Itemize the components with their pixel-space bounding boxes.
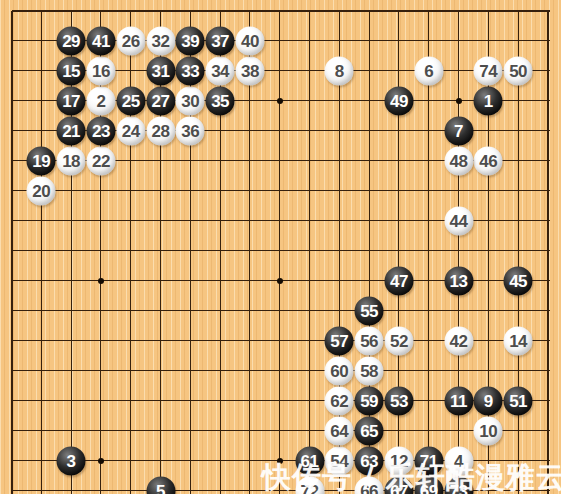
stone-number: 35 [211, 92, 229, 109]
star-point [277, 98, 283, 104]
stone-white-62: 62 [325, 386, 354, 415]
stone-white-48: 48 [444, 146, 473, 175]
stone-number: 61 [301, 452, 319, 469]
stone-black-67: 67 [384, 476, 413, 494]
stone-number: 32 [152, 32, 170, 49]
stone-number: 21 [62, 122, 80, 139]
stone-black-3: 3 [57, 446, 86, 475]
stone-black-1: 1 [474, 86, 503, 115]
stone-black-15: 15 [57, 56, 86, 85]
stone-number: 50 [509, 62, 527, 79]
stone-number: 9 [484, 392, 493, 409]
stone-number: 64 [330, 422, 348, 439]
stone-white-12: 12 [384, 446, 413, 475]
stone-number: 20 [32, 182, 50, 199]
grid-line-vertical [279, 11, 280, 494]
stone-white-38: 38 [235, 56, 264, 85]
stone-black-21: 21 [57, 116, 86, 145]
stone-number: 15 [62, 62, 80, 79]
stone-white-64: 64 [325, 416, 354, 445]
stone-number: 13 [450, 272, 468, 289]
stone-number: 22 [92, 152, 110, 169]
stone-black-63: 63 [355, 446, 384, 475]
grid-line-horizontal [12, 190, 550, 191]
stone-number: 73 [450, 482, 468, 494]
stone-number: 37 [211, 32, 229, 49]
grid-line-vertical [547, 11, 549, 494]
grid-line-horizontal [12, 250, 550, 251]
grid-line-vertical [458, 11, 459, 494]
stone-white-54: 54 [325, 446, 354, 475]
stone-black-35: 35 [206, 86, 235, 115]
stone-number: 49 [390, 92, 408, 109]
stone-black-33: 33 [176, 56, 205, 85]
stone-black-7: 7 [444, 116, 473, 145]
stone-number: 10 [479, 422, 497, 439]
stone-number: 6 [424, 62, 433, 79]
stone-number: 38 [241, 62, 259, 79]
stone-number: 23 [92, 122, 110, 139]
stone-white-6: 6 [414, 56, 443, 85]
stone-black-55: 55 [355, 296, 384, 325]
stone-number: 28 [152, 122, 170, 139]
stone-white-52: 52 [384, 326, 413, 355]
stone-number: 11 [450, 392, 467, 409]
stone-number: 57 [330, 332, 348, 349]
grid-line-horizontal [12, 370, 550, 371]
stone-black-31: 31 [146, 56, 175, 85]
stone-black-45: 45 [504, 266, 533, 295]
stone-white-34: 34 [206, 56, 235, 85]
stone-number: 33 [181, 62, 199, 79]
stone-white-56: 56 [355, 326, 384, 355]
stone-black-59: 59 [355, 386, 384, 415]
stone-number: 27 [152, 92, 170, 109]
stone-black-23: 23 [86, 116, 115, 145]
stone-white-44: 44 [444, 206, 473, 235]
grid-line-vertical [11, 11, 13, 494]
stone-black-49: 49 [384, 86, 413, 115]
stone-white-20: 20 [27, 176, 56, 205]
stone-number: 52 [390, 332, 408, 349]
stone-number: 66 [360, 482, 378, 494]
grid-line-horizontal [12, 430, 550, 431]
stone-number: 65 [360, 422, 378, 439]
stone-white-42: 42 [444, 326, 473, 355]
stone-black-5: 5 [146, 476, 175, 494]
stone-number: 56 [360, 332, 378, 349]
stone-black-41: 41 [86, 26, 115, 55]
stone-white-18: 18 [57, 146, 86, 175]
stone-number: 36 [181, 122, 199, 139]
star-point [277, 458, 283, 464]
stone-number: 25 [122, 92, 140, 109]
stone-number: 62 [330, 392, 348, 409]
stone-number: 3 [67, 452, 76, 469]
stone-number: 2 [96, 92, 105, 109]
stone-white-10: 10 [474, 416, 503, 445]
star-point [98, 458, 104, 464]
stone-number: 19 [32, 152, 50, 169]
stone-number: 42 [450, 332, 468, 349]
stone-white-2: 2 [86, 86, 115, 115]
stone-number: 54 [330, 452, 348, 469]
stone-black-47: 47 [384, 266, 413, 295]
go-board-diagram: 1234567891011121314151617181920212223242… [0, 0, 561, 494]
stone-white-58: 58 [355, 356, 384, 385]
stone-number: 67 [390, 482, 408, 494]
stone-number: 47 [390, 272, 408, 289]
stone-number: 17 [62, 92, 80, 109]
stone-number: 60 [330, 362, 348, 379]
stone-white-46: 46 [474, 146, 503, 175]
stone-black-39: 39 [176, 26, 205, 55]
stone-number: 51 [509, 392, 527, 409]
star-point [277, 278, 283, 284]
stone-white-8: 8 [325, 56, 354, 85]
stone-white-24: 24 [116, 116, 145, 145]
stone-number: 46 [479, 152, 497, 169]
grid-line-vertical [130, 11, 131, 494]
stone-black-65: 65 [355, 416, 384, 445]
stone-white-30: 30 [176, 86, 205, 115]
stone-white-74: 74 [474, 56, 503, 85]
stone-white-14: 14 [504, 326, 533, 355]
stone-number: 40 [241, 32, 259, 49]
stone-number: 34 [211, 62, 229, 79]
stone-white-22: 22 [86, 146, 115, 175]
stone-number: 45 [509, 272, 527, 289]
grid-line-horizontal [12, 10, 550, 12]
stone-number: 30 [181, 92, 199, 109]
stone-black-61: 61 [295, 446, 324, 475]
stone-black-13: 13 [444, 266, 473, 295]
stone-black-73: 73 [444, 476, 473, 494]
stone-black-51: 51 [504, 386, 533, 415]
stone-number: 63 [360, 452, 378, 469]
stone-white-40: 40 [235, 26, 264, 55]
stone-number: 31 [152, 62, 170, 79]
stone-black-69: 69 [414, 476, 443, 494]
stone-number: 48 [450, 152, 468, 169]
stone-white-50: 50 [504, 56, 533, 85]
stone-white-60: 60 [325, 356, 354, 385]
stone-black-27: 27 [146, 86, 175, 115]
grid-line-horizontal [12, 310, 550, 311]
stone-black-53: 53 [384, 386, 413, 415]
stone-white-32: 32 [146, 26, 175, 55]
stone-number: 16 [92, 62, 110, 79]
stone-number: 24 [122, 122, 140, 139]
stone-number: 7 [454, 122, 463, 139]
star-point [456, 98, 462, 104]
stone-number: 8 [335, 62, 344, 79]
stone-number: 14 [509, 332, 527, 349]
star-point [98, 278, 104, 284]
stone-black-17: 17 [57, 86, 86, 115]
stone-number: 44 [450, 212, 468, 229]
stone-number: 1 [484, 92, 493, 109]
stone-black-19: 19 [27, 146, 56, 175]
stone-white-36: 36 [176, 116, 205, 145]
stone-number: 69 [420, 482, 438, 494]
stone-black-9: 9 [474, 386, 503, 415]
stone-number: 55 [360, 302, 378, 319]
stone-white-72: 72 [295, 476, 324, 494]
stone-number: 53 [390, 392, 408, 409]
stone-number: 71 [420, 452, 438, 469]
stone-white-4: 4 [444, 446, 473, 475]
stone-number: 5 [156, 482, 165, 494]
stone-white-28: 28 [146, 116, 175, 145]
stone-number: 72 [301, 482, 319, 494]
stone-number: 26 [122, 32, 140, 49]
stone-number: 12 [390, 452, 408, 469]
stone-number: 58 [360, 362, 378, 379]
stone-black-57: 57 [325, 326, 354, 355]
grid-line-vertical [309, 11, 310, 494]
grid-line-vertical [41, 11, 42, 494]
stone-black-37: 37 [206, 26, 235, 55]
stone-number: 29 [62, 32, 80, 49]
stone-black-11: 11 [444, 386, 473, 415]
stone-black-71: 71 [414, 446, 443, 475]
grid-line-vertical [398, 11, 399, 494]
stone-black-25: 25 [116, 86, 145, 115]
stone-number: 18 [62, 152, 80, 169]
stone-number: 74 [479, 62, 497, 79]
stone-white-26: 26 [116, 26, 145, 55]
stone-number: 59 [360, 392, 378, 409]
stone-white-66: 66 [355, 476, 384, 494]
stone-black-29: 29 [57, 26, 86, 55]
stone-number: 39 [181, 32, 199, 49]
stone-white-16: 16 [86, 56, 115, 85]
stone-number: 4 [454, 452, 463, 469]
stone-number: 41 [92, 32, 110, 49]
